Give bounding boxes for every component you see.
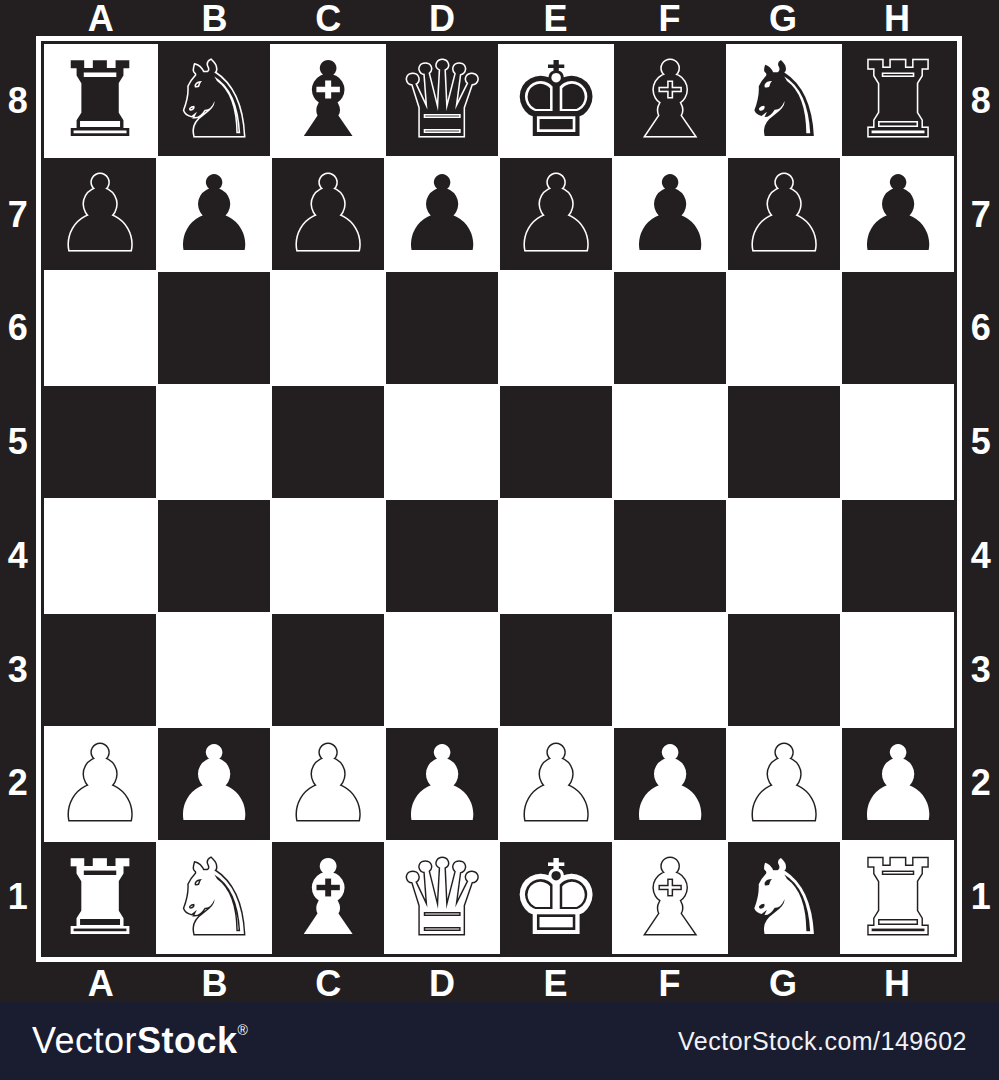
- vectorstock-logo: VectorStock®: [32, 1020, 248, 1062]
- rank-label-2: 2: [962, 727, 999, 841]
- file-label-b: B: [158, 0, 272, 40]
- square-h7[interactable]: ♟: [842, 158, 954, 270]
- square-h5[interactable]: [842, 386, 954, 498]
- square-c1[interactable]: ♝: [272, 842, 384, 954]
- file-label-g: G: [727, 0, 841, 40]
- square-g5[interactable]: [728, 386, 840, 498]
- square-h1[interactable]: ♜: [842, 842, 954, 954]
- rank-label-3: 3: [0, 613, 37, 727]
- square-c7[interactable]: ♟: [272, 158, 384, 270]
- square-f1[interactable]: ♝: [614, 842, 726, 954]
- square-e2[interactable]: ♟: [500, 728, 612, 840]
- square-c2[interactable]: ♟: [272, 728, 384, 840]
- rank-label-5: 5: [962, 385, 999, 499]
- square-e3[interactable]: [500, 614, 612, 726]
- logo-text-light: Vector: [32, 1020, 137, 1061]
- piece-wp: ♟: [509, 728, 602, 840]
- piece-wb: ♝: [623, 842, 716, 954]
- square-a4[interactable]: [44, 500, 156, 612]
- file-label-d: D: [385, 0, 499, 40]
- piece-wp: ♟: [53, 728, 146, 840]
- file-label-h: H: [840, 0, 954, 40]
- file-labels-bottom: ABCDEFGH: [44, 963, 954, 1001]
- square-g6[interactable]: [728, 272, 840, 384]
- square-g1[interactable]: ♞: [728, 842, 840, 954]
- rank-label-4: 4: [962, 499, 999, 613]
- rank-labels-right: 87654321: [962, 44, 999, 954]
- square-f2[interactable]: ♟: [614, 728, 726, 840]
- square-f7[interactable]: ♟: [614, 158, 726, 270]
- piece-bp: ♟: [395, 158, 488, 270]
- registered-trademark-icon: ®: [238, 1022, 249, 1038]
- square-e5[interactable]: [500, 386, 612, 498]
- piece-br: ♜: [851, 44, 944, 156]
- square-d3[interactable]: [386, 614, 498, 726]
- square-a7[interactable]: ♟: [44, 158, 156, 270]
- square-b7[interactable]: ♟: [158, 158, 270, 270]
- file-label-d: D: [385, 963, 499, 1005]
- file-label-a: A: [44, 0, 158, 40]
- square-b8[interactable]: ♞: [158, 44, 270, 156]
- piece-bk: ♚: [509, 44, 602, 156]
- piece-wp: ♟: [281, 728, 374, 840]
- square-h8[interactable]: ♜: [842, 44, 954, 156]
- rank-label-7: 7: [0, 158, 37, 272]
- piece-bp: ♟: [53, 158, 146, 270]
- piece-bn: ♞: [737, 44, 830, 156]
- piece-wp: ♟: [851, 728, 944, 840]
- square-d6[interactable]: [386, 272, 498, 384]
- square-a3[interactable]: [44, 614, 156, 726]
- board-frame: ♜♞♝♛♚♝♞♜♟♟♟♟♟♟♟♟♟♟♟♟♟♟♟♟♜♞♝♛♚♝♞♜: [36, 36, 962, 962]
- square-c4[interactable]: [272, 500, 384, 612]
- piece-bq: ♛: [395, 44, 488, 156]
- piece-wp: ♟: [737, 728, 830, 840]
- square-f6[interactable]: [614, 272, 726, 384]
- square-d1[interactable]: ♛: [386, 842, 498, 954]
- square-f8[interactable]: ♝: [614, 44, 726, 156]
- square-g4[interactable]: [728, 500, 840, 612]
- piece-wn: ♞: [167, 842, 260, 954]
- rank-label-6: 6: [0, 272, 37, 386]
- piece-wp: ♟: [623, 728, 716, 840]
- rank-label-1: 1: [962, 840, 999, 954]
- square-c5[interactable]: [272, 386, 384, 498]
- rank-label-8: 8: [0, 44, 37, 158]
- square-g3[interactable]: [728, 614, 840, 726]
- square-c8[interactable]: ♝: [272, 44, 384, 156]
- file-label-f: F: [613, 0, 727, 40]
- square-a6[interactable]: [44, 272, 156, 384]
- square-g7[interactable]: ♟: [728, 158, 840, 270]
- square-c6[interactable]: [272, 272, 384, 384]
- watermark-url: VectorStock.com/149602: [678, 1027, 967, 1056]
- logo-text-bold: Stock: [137, 1020, 238, 1061]
- file-label-c: C: [272, 0, 386, 40]
- file-label-a: A: [44, 963, 158, 1005]
- square-d2[interactable]: ♟: [386, 728, 498, 840]
- square-a2[interactable]: ♟: [44, 728, 156, 840]
- square-e4[interactable]: [500, 500, 612, 612]
- square-b4[interactable]: [158, 500, 270, 612]
- square-b6[interactable]: [158, 272, 270, 384]
- square-f4[interactable]: [614, 500, 726, 612]
- file-labels-top: ABCDEFGH: [44, 0, 954, 36]
- rank-label-6: 6: [962, 272, 999, 386]
- square-e7[interactable]: ♟: [500, 158, 612, 270]
- square-d4[interactable]: [386, 500, 498, 612]
- square-h4[interactable]: [842, 500, 954, 612]
- square-b5[interactable]: [158, 386, 270, 498]
- piece-bp: ♟: [851, 158, 944, 270]
- piece-wp: ♟: [167, 728, 260, 840]
- board-grid: ♜♞♝♛♚♝♞♜♟♟♟♟♟♟♟♟♟♟♟♟♟♟♟♟♜♞♝♛♚♝♞♜: [44, 44, 954, 954]
- square-e1[interactable]: ♚: [500, 842, 612, 954]
- rank-label-8: 8: [962, 44, 999, 158]
- square-f5[interactable]: [614, 386, 726, 498]
- file-label-e: E: [499, 0, 613, 40]
- rank-label-4: 4: [0, 499, 37, 613]
- piece-wr: ♜: [53, 842, 146, 954]
- square-h3[interactable]: [842, 614, 954, 726]
- square-b3[interactable]: [158, 614, 270, 726]
- square-c3[interactable]: [272, 614, 384, 726]
- square-a8[interactable]: ♜: [44, 44, 156, 156]
- file-label-e: E: [499, 963, 613, 1005]
- square-e6[interactable]: [500, 272, 612, 384]
- piece-bb: ♝: [281, 44, 374, 156]
- rank-label-7: 7: [962, 158, 999, 272]
- square-g8[interactable]: ♞: [728, 44, 840, 156]
- piece-bb: ♝: [623, 44, 716, 156]
- piece-bn: ♞: [167, 44, 260, 156]
- piece-wb: ♝: [281, 842, 374, 954]
- rank-labels-left: 87654321: [0, 44, 37, 954]
- piece-bp: ♟: [623, 158, 716, 270]
- rank-label-3: 3: [962, 613, 999, 727]
- square-d7[interactable]: ♟: [386, 158, 498, 270]
- piece-wn: ♞: [737, 842, 830, 954]
- rank-label-1: 1: [0, 840, 37, 954]
- piece-bp: ♟: [281, 158, 374, 270]
- rank-label-5: 5: [0, 385, 37, 499]
- piece-wq: ♛: [395, 842, 488, 954]
- square-a5[interactable]: [44, 386, 156, 498]
- square-d8[interactable]: ♛: [386, 44, 498, 156]
- watermark-bar: VectorStock® VectorStock.com/149602: [0, 1002, 999, 1080]
- square-f3[interactable]: [614, 614, 726, 726]
- file-label-b: B: [158, 963, 272, 1005]
- piece-bp: ♟: [167, 158, 260, 270]
- rank-label-2: 2: [0, 727, 37, 841]
- square-h6[interactable]: [842, 272, 954, 384]
- file-label-c: C: [272, 963, 386, 1005]
- square-h2[interactable]: ♟: [842, 728, 954, 840]
- square-d5[interactable]: [386, 386, 498, 498]
- piece-wr: ♜: [851, 842, 944, 954]
- file-label-f: F: [613, 963, 727, 1005]
- file-label-g: G: [727, 963, 841, 1005]
- piece-bp: ♟: [737, 158, 830, 270]
- chessboard-image: ABCDEFGH ABCDEFGH 87654321 87654321 ♜♞♝♛…: [0, 0, 999, 1080]
- piece-bp: ♟: [509, 158, 602, 270]
- square-b2[interactable]: ♟: [158, 728, 270, 840]
- piece-wk: ♚: [509, 842, 602, 954]
- square-a1[interactable]: ♜: [44, 842, 156, 954]
- piece-wp: ♟: [395, 728, 488, 840]
- square-g2[interactable]: ♟: [728, 728, 840, 840]
- square-e8[interactable]: ♚: [500, 44, 612, 156]
- file-label-h: H: [840, 963, 954, 1005]
- square-b1[interactable]: ♞: [158, 842, 270, 954]
- piece-br: ♜: [53, 44, 146, 156]
